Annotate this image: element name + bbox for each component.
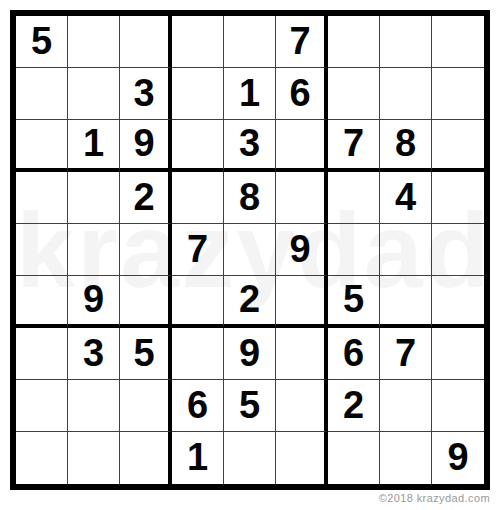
sudoku-board: krazydad 5731619378284799253596765219 (10, 10, 490, 490)
cell-r2c3[interactable]: 3 (120, 68, 172, 120)
cell-r7c9[interactable] (432, 328, 484, 380)
cell-r9c8[interactable] (380, 432, 432, 484)
cell-r9c1[interactable] (16, 432, 68, 484)
cell-r3c7[interactable]: 7 (328, 120, 380, 172)
cell-r7c2[interactable]: 3 (68, 328, 120, 380)
cell-r3c6[interactable] (276, 120, 328, 172)
cell-r6c7[interactable]: 5 (328, 276, 380, 328)
given-digit: 9 (83, 280, 104, 320)
copyright-text: ©2018 krazydad.com (379, 492, 490, 504)
given-digit: 7 (395, 334, 416, 374)
cell-r5c7[interactable] (328, 224, 380, 276)
cell-r6c9[interactable] (432, 276, 484, 328)
given-digit: 5 (343, 280, 364, 320)
cell-r8c1[interactable] (16, 380, 68, 432)
given-digit: 3 (133, 74, 154, 114)
given-digit: 9 (133, 124, 154, 164)
cell-r3c1[interactable] (16, 120, 68, 172)
given-digit: 9 (239, 334, 260, 374)
cell-r1c4[interactable] (172, 16, 224, 68)
cell-r8c6[interactable] (276, 380, 328, 432)
cell-r5c8[interactable] (380, 224, 432, 276)
cell-r6c5[interactable]: 2 (224, 276, 276, 328)
cell-r6c1[interactable] (16, 276, 68, 328)
given-digit: 1 (83, 124, 104, 164)
cell-r1c7[interactable] (328, 16, 380, 68)
cell-r6c2[interactable]: 9 (68, 276, 120, 328)
given-digit: 4 (395, 178, 416, 218)
cell-r1c2[interactable] (68, 16, 120, 68)
cell-r1c9[interactable] (432, 16, 484, 68)
given-digit: 6 (187, 386, 208, 426)
given-digit: 1 (239, 74, 260, 114)
cell-r5c4[interactable]: 7 (172, 224, 224, 276)
cell-r2c4[interactable] (172, 68, 224, 120)
cell-r7c6[interactable] (276, 328, 328, 380)
given-digit: 7 (289, 22, 310, 62)
given-digit: 5 (31, 22, 52, 62)
given-digit: 8 (239, 178, 260, 218)
cell-r3c9[interactable] (432, 120, 484, 172)
cell-r2c8[interactable] (380, 68, 432, 120)
given-digit: 9 (289, 230, 310, 270)
cell-r2c6[interactable]: 6 (276, 68, 328, 120)
given-digit: 2 (239, 280, 260, 320)
cell-r5c6[interactable]: 9 (276, 224, 328, 276)
cell-r4c6[interactable] (276, 172, 328, 224)
cell-r7c8[interactable]: 7 (380, 328, 432, 380)
given-digit: 7 (187, 230, 208, 270)
cell-r4c9[interactable] (432, 172, 484, 224)
cell-r2c2[interactable] (68, 68, 120, 120)
cell-r6c6[interactable] (276, 276, 328, 328)
cell-r4c8[interactable]: 4 (380, 172, 432, 224)
given-digit: 6 (289, 74, 310, 114)
given-digit: 5 (133, 334, 154, 374)
cell-r8c9[interactable] (432, 380, 484, 432)
cell-r7c7[interactable]: 6 (328, 328, 380, 380)
cell-r8c2[interactable] (68, 380, 120, 432)
cell-r7c3[interactable]: 5 (120, 328, 172, 380)
cell-r3c8[interactable]: 8 (380, 120, 432, 172)
cell-r5c2[interactable] (68, 224, 120, 276)
cell-r4c5[interactable]: 8 (224, 172, 276, 224)
given-digit: 2 (133, 178, 154, 218)
cell-r4c3[interactable]: 2 (120, 172, 172, 224)
cell-r9c3[interactable] (120, 432, 172, 484)
cell-r1c6[interactable]: 7 (276, 16, 328, 68)
cell-r1c8[interactable] (380, 16, 432, 68)
cell-r9c9[interactable]: 9 (432, 432, 484, 484)
cell-r7c1[interactable] (16, 328, 68, 380)
cell-r6c4[interactable] (172, 276, 224, 328)
given-digit: 1 (187, 438, 208, 478)
cell-r8c3[interactable] (120, 380, 172, 432)
cell-r2c9[interactable] (432, 68, 484, 120)
cell-r4c7[interactable] (328, 172, 380, 224)
cell-r3c3[interactable]: 9 (120, 120, 172, 172)
cell-r5c5[interactable] (224, 224, 276, 276)
cell-r9c6[interactable] (276, 432, 328, 484)
given-digit: 3 (239, 124, 260, 164)
cell-r4c1[interactable] (16, 172, 68, 224)
cell-r2c7[interactable] (328, 68, 380, 120)
given-digit: 7 (343, 124, 364, 164)
cell-r9c5[interactable] (224, 432, 276, 484)
cell-r6c3[interactable] (120, 276, 172, 328)
cell-r8c8[interactable] (380, 380, 432, 432)
cell-r3c5[interactable]: 3 (224, 120, 276, 172)
given-digit: 2 (343, 386, 364, 426)
cell-r6c8[interactable] (380, 276, 432, 328)
given-digit: 5 (239, 386, 260, 426)
given-digit: 3 (83, 334, 104, 374)
cell-r3c4[interactable] (172, 120, 224, 172)
cell-r9c7[interactable] (328, 432, 380, 484)
cell-r2c1[interactable] (16, 68, 68, 120)
cell-r1c1[interactable]: 5 (16, 16, 68, 68)
cell-r8c7[interactable]: 2 (328, 380, 380, 432)
cell-r7c5[interactable]: 9 (224, 328, 276, 380)
cell-r4c2[interactable] (68, 172, 120, 224)
cell-r1c5[interactable] (224, 16, 276, 68)
cell-r5c3[interactable] (120, 224, 172, 276)
given-digit: 9 (447, 438, 468, 478)
given-digit: 8 (395, 124, 416, 164)
cell-r7c4[interactable] (172, 328, 224, 380)
cell-r2c5[interactable]: 1 (224, 68, 276, 120)
cell-r8c5[interactable]: 5 (224, 380, 276, 432)
cell-r3c2[interactable]: 1 (68, 120, 120, 172)
given-digit: 6 (343, 334, 364, 374)
cell-r9c4[interactable]: 1 (172, 432, 224, 484)
cell-r9c2[interactable] (68, 432, 120, 484)
cell-r1c3[interactable] (120, 16, 172, 68)
cell-r5c9[interactable] (432, 224, 484, 276)
cell-r8c4[interactable]: 6 (172, 380, 224, 432)
cell-r5c1[interactable] (16, 224, 68, 276)
cell-r4c4[interactable] (172, 172, 224, 224)
